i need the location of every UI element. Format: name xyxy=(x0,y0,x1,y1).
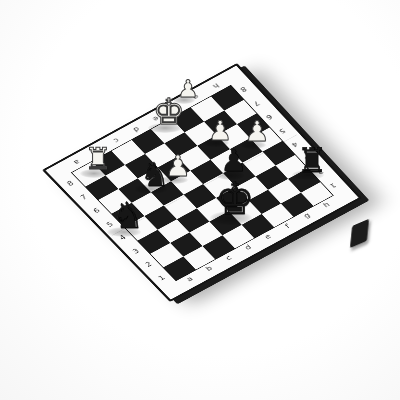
chess-piece-black-knight-c5[interactable]: ♞ xyxy=(139,158,172,191)
rank-label-left-8: 8 xyxy=(62,178,79,190)
product-photo-stage: aabbccddeeffgghh1122334455667788 ♟♚♟♟♜♟♞… xyxy=(0,0,400,400)
chess-piece-black-rook-h2[interactable]: ♜ xyxy=(295,143,329,177)
board-latch xyxy=(350,219,369,248)
rank-label-left-7: 7 xyxy=(76,192,93,204)
chess-piece-white-pawn-g5[interactable]: ♟ xyxy=(243,118,271,146)
rank-label-left-3: 3 xyxy=(128,246,144,258)
board-border: aabbccddeeffgghh1122334455667788 xyxy=(45,66,358,300)
chess-piece-white-king-e8[interactable]: ♚ xyxy=(151,94,187,130)
chess-piece-black-king-d2[interactable]: ♚ xyxy=(213,177,257,221)
chess-piece-white-pawn-f6[interactable]: ♟ xyxy=(207,117,234,144)
rank-label-left-1: 1 xyxy=(154,272,170,284)
chess-board: aabbccddeeffgghh1122334455667788 xyxy=(42,63,362,302)
rank-label-left-2: 2 xyxy=(141,259,157,271)
chess-piece-black-knight-a4[interactable]: ♞ xyxy=(110,198,146,234)
rank-label-left-6: 6 xyxy=(89,205,106,217)
chess-piece-black-pawn-f4[interactable]: ♟ xyxy=(219,146,249,176)
chess-piece-white-rook-b7[interactable]: ♜ xyxy=(83,144,113,174)
board-grid xyxy=(72,86,333,281)
